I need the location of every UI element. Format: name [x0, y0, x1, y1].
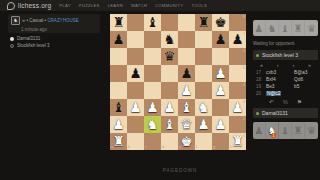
nav-item-puzzles[interactable]: PUZZLES	[79, 3, 100, 8]
square-h3[interactable]: ♟3	[229, 99, 246, 116]
replay-controls: «‹›»	[253, 62, 318, 68]
piece-white-pawn[interactable]: ♟	[214, 65, 226, 82]
piece-black-king[interactable]: ♚	[214, 14, 226, 31]
square-e8[interactable]	[178, 14, 195, 31]
square-g6[interactable]	[212, 48, 229, 65]
black-pocket-rook[interactable]: ♜	[292, 20, 305, 36]
nav-item-watch[interactable]: WATCH	[131, 3, 147, 8]
square-e2[interactable]: ♛	[178, 116, 195, 133]
black-pocket-tray[interactable]: ♟♞♝♜♛	[253, 20, 318, 36]
piece-white-pawn[interactable]: ♟	[214, 82, 226, 99]
piece-black-knight[interactable]: ♞	[163, 31, 175, 48]
black-pocket-knight[interactable]: ♞	[266, 20, 279, 36]
black-pocket-bishop[interactable]: ♝	[279, 20, 292, 36]
square-a4[interactable]	[110, 82, 127, 99]
square-h7[interactable]: ♟7	[229, 31, 246, 48]
black-move[interactable]: B@a3	[294, 70, 318, 75]
rank-coord-8: 8	[243, 15, 245, 19]
nav-items: PLAYPUZZLESLEARNWATCHCOMMUNITYTOOLS	[59, 3, 215, 8]
last-move-button-icon[interactable]: »	[308, 62, 311, 68]
square-c3[interactable]: ♟	[144, 99, 161, 116]
square-g4[interactable]: ♟	[212, 82, 229, 99]
piece-white-queen[interactable]: ♛	[180, 116, 192, 133]
square-f5[interactable]	[195, 65, 212, 82]
white-pocket-pawn[interactable]: ♟	[253, 122, 266, 139]
square-c8[interactable]: ♝	[144, 14, 161, 31]
move-number: 20	[256, 91, 266, 96]
white-move[interactable]: Bxf4	[266, 77, 294, 82]
white-move[interactable]: Be3	[266, 84, 294, 89]
black-player-line: Stockfish level 3	[10, 43, 50, 48]
square-g5[interactable]: ♟	[212, 65, 229, 82]
piece-black-bishop[interactable]: ♝	[146, 14, 158, 31]
white-pocket-bishop[interactable]: ♝	[279, 122, 292, 139]
piece-white-pawn[interactable]: ♟	[129, 99, 141, 116]
piece-white-rook[interactable]: ♜	[112, 133, 124, 150]
rank-coord-2: 2	[243, 117, 245, 121]
square-h6[interactable]: 6	[229, 48, 246, 65]
piece-white-pawn[interactable]: ♟	[214, 116, 226, 133]
square-g2[interactable]: ♟	[212, 116, 229, 133]
file-coord-b: b	[128, 145, 130, 149]
next-move-button-icon[interactable]: ›	[292, 62, 294, 68]
file-coord-g: g	[213, 145, 215, 149]
square-b3[interactable]: ♟	[127, 99, 144, 116]
square-a6[interactable]	[110, 48, 127, 65]
nav-item-tools[interactable]: TOOLS	[191, 3, 207, 8]
lichess-page: lichess.org PLAYPUZZLESLEARNWATCHCOMMUNI…	[0, 0, 320, 180]
square-h1[interactable]: ♜h1	[229, 133, 246, 150]
square-b6[interactable]	[127, 48, 144, 65]
square-f7[interactable]	[195, 31, 212, 48]
square-b5[interactable]: ♟	[127, 65, 144, 82]
move-row: 18Bxf4Qd6	[253, 76, 318, 83]
game-time-ago: 1 minute ago	[21, 27, 97, 32]
piece-white-pawn[interactable]: ♟	[163, 99, 175, 116]
piece-white-pawn[interactable]: ♟	[146, 99, 158, 116]
piece-black-bishop[interactable]: ♝	[112, 99, 124, 116]
crazyhouse-variant-icon: ♞	[11, 16, 20, 25]
game-setup-text: ∞ • Casual • CRAZYHOUSE	[22, 18, 79, 23]
square-e4[interactable]: ♟	[178, 82, 195, 99]
takeback-button-icon[interactable]: ↶	[269, 99, 274, 106]
piece-white-pawn[interactable]: ♟	[180, 82, 192, 99]
square-f2[interactable]: ♟	[195, 116, 212, 133]
square-e7[interactable]	[178, 31, 195, 48]
square-c5[interactable]	[144, 65, 161, 82]
white-color-disc-icon	[10, 37, 14, 41]
resign-button-icon[interactable]: ⚑	[297, 99, 302, 106]
piece-black-pawn[interactable]: ♟	[112, 31, 124, 48]
game-info-box: ♞ ∞ • Casual • CRAZYHOUSE 1 minute ago	[8, 14, 100, 33]
piece-white-knight[interactable]: ♞	[197, 99, 209, 116]
prev-move-button-icon[interactable]: ‹	[277, 62, 279, 68]
game-action-buttons: ↶½⚑	[253, 99, 318, 106]
move-number: 17	[256, 70, 266, 75]
white-pocket-queen[interactable]: ♛	[305, 122, 318, 139]
piece-white-king[interactable]: ♚	[180, 133, 192, 150]
square-b2[interactable]	[127, 116, 144, 133]
square-g3[interactable]	[212, 99, 229, 116]
square-h8[interactable]: 8	[229, 14, 246, 31]
piece-black-pawn[interactable]: ♟	[180, 65, 192, 82]
square-f1[interactable]: f	[195, 133, 212, 150]
opponent-bar: Stockfish level 3	[253, 50, 318, 60]
white-move[interactable]: N@c2	[266, 91, 281, 96]
file-coord-c: c	[145, 145, 147, 149]
square-c1[interactable]: c	[144, 133, 161, 150]
white-pocket-rook[interactable]: ♜	[292, 122, 305, 139]
square-d6[interactable]: ♛	[161, 48, 178, 65]
square-c7[interactable]	[144, 31, 161, 48]
square-f8[interactable]: ♜	[195, 14, 212, 31]
nav-item-learn[interactable]: LEARN	[108, 3, 123, 8]
piece-white-rook[interactable]: ♜	[231, 133, 243, 150]
square-e1[interactable]: ♚e	[178, 133, 195, 150]
rank-coord-6: 6	[243, 49, 245, 53]
move-row: 19Be3b5	[253, 83, 318, 90]
board[interactable]: ♜♝♜♚8♟♞♟♟7♛6♟♟♟5♟♟4♝♟♟♟♝♞♟3♟♞♝♛♟♟2♜abcd♚…	[110, 14, 246, 150]
square-d8[interactable]	[161, 14, 178, 31]
setup-prefix: ∞ • Casual •	[22, 18, 47, 23]
online-dot-icon	[256, 112, 259, 115]
square-d1[interactable]: d	[161, 133, 178, 150]
square-h5[interactable]: 5	[229, 65, 246, 82]
player-name[interactable]: Darnal3131	[262, 110, 288, 116]
square-a2[interactable]: ♟	[110, 116, 127, 133]
square-e5[interactable]: ♟	[178, 65, 195, 82]
nav-item-community[interactable]: COMMUNITY	[155, 3, 183, 8]
online-dot-icon	[256, 54, 259, 57]
black-move[interactable]: Qd6	[294, 77, 318, 82]
file-coord-a: a	[111, 145, 113, 149]
move-list[interactable]: 17cxb3B@a318Bxf4Qd619Be3b520N@c2	[253, 69, 318, 97]
square-h2[interactable]: 2	[229, 116, 246, 133]
square-b7[interactable]	[127, 31, 144, 48]
square-c6[interactable]	[144, 48, 161, 65]
square-c4[interactable]	[144, 82, 161, 99]
square-b8[interactable]	[127, 14, 144, 31]
square-d3[interactable]: ♟	[161, 99, 178, 116]
piece-black-pawn[interactable]: ♟	[214, 31, 226, 48]
rank-coord-1: 1	[243, 134, 245, 138]
piece-white-bishop[interactable]: ♝	[180, 99, 192, 116]
square-a5[interactable]	[110, 65, 127, 82]
move-number: 19	[256, 84, 266, 89]
move-number: 18	[256, 77, 266, 82]
white-pocket-knight[interactable]: ♞1	[266, 122, 279, 139]
black-move[interactable]: b5	[294, 84, 318, 89]
square-f4[interactable]	[195, 82, 212, 99]
opponent-name[interactable]: Stockfish level 3	[262, 52, 298, 58]
status-text: Waiting for opponent	[253, 41, 294, 46]
square-d4[interactable]	[161, 82, 178, 99]
lichess-logo-text: lichess.org	[18, 2, 51, 9]
square-a7[interactable]: ♟	[110, 31, 127, 48]
square-c2[interactable]: ♞	[144, 116, 161, 133]
piece-white-pawn[interactable]: ♟	[231, 99, 243, 116]
square-e6[interactable]	[178, 48, 195, 65]
rank-coord-3: 3	[243, 100, 245, 104]
square-a8[interactable]: ♜	[110, 14, 127, 31]
square-g1[interactable]: g	[212, 133, 229, 150]
black-color-disc-icon	[10, 44, 14, 48]
rank-coord-4: 4	[243, 83, 245, 87]
top-nav: lichess.org PLAYPUZZLESLEARNWATCHCOMMUNI…	[0, 0, 320, 11]
black-pocket-pawn[interactable]: ♟	[253, 20, 266, 36]
square-a3[interactable]: ♝	[110, 99, 127, 116]
piece-black-queen[interactable]: ♛	[163, 48, 175, 65]
piece-black-pawn[interactable]: ♟	[231, 31, 243, 48]
white-pocket-tray[interactable]: ♟♞1♝♜♛	[253, 122, 318, 139]
rank-coord-7: 7	[243, 32, 245, 36]
piece-white-knight[interactable]: ♞	[146, 116, 158, 133]
black-pocket-queen[interactable]: ♛	[305, 20, 318, 36]
lichess-logo-icon	[7, 2, 15, 10]
square-b4[interactable]	[127, 82, 144, 99]
white-player-name[interactable]: Darnal3131	[17, 36, 40, 41]
square-a1[interactable]: ♜a	[110, 133, 127, 150]
piece-white-pawn[interactable]: ♟	[112, 116, 124, 133]
move-row: 20N@c2	[253, 90, 318, 97]
lichess-logo[interactable]: lichess.org	[7, 2, 51, 10]
square-g8[interactable]: ♚	[212, 14, 229, 31]
first-move-button-icon[interactable]: «	[260, 62, 263, 68]
file-coord-f: f	[196, 145, 197, 149]
piece-black-rook[interactable]: ♜	[197, 14, 209, 31]
footer-watermark: PAGEDOWN	[110, 168, 250, 173]
square-d5[interactable]	[161, 65, 178, 82]
file-coord-e: e	[179, 145, 181, 149]
square-b1[interactable]: b	[127, 133, 144, 150]
pocket-count-badge: 1	[271, 133, 276, 138]
file-coord-h: h	[230, 145, 232, 149]
player-bar: Darnal3131	[253, 108, 318, 118]
nav-item-play[interactable]: PLAY	[59, 3, 71, 8]
offer-draw-button-icon[interactable]: ½	[283, 99, 288, 106]
square-h4[interactable]: 4	[229, 82, 246, 99]
black-player-name[interactable]: Stockfish level 3	[17, 43, 50, 48]
piece-black-pawn[interactable]: ♟	[129, 65, 141, 82]
square-e3[interactable]: ♝	[178, 99, 195, 116]
rank-coord-5: 5	[243, 66, 245, 70]
game-setup-row: ♞ ∞ • Casual • CRAZYHOUSE	[11, 16, 97, 25]
piece-black-rook[interactable]: ♜	[112, 14, 124, 31]
square-d2[interactable]: ♝	[161, 116, 178, 133]
move-row: 17cxb3B@a3	[253, 69, 318, 76]
piece-white-pawn[interactable]: ♟	[197, 116, 209, 133]
square-d7[interactable]: ♞	[161, 31, 178, 48]
white-move[interactable]: cxb3	[266, 70, 294, 75]
square-f6[interactable]	[195, 48, 212, 65]
white-player-line: Darnal3131	[10, 36, 40, 41]
square-g7[interactable]: ♟	[212, 31, 229, 48]
piece-white-bishop[interactable]: ♝	[163, 116, 175, 133]
variant-link[interactable]: CRAZYHOUSE	[47, 18, 78, 23]
square-f3[interactable]: ♞	[195, 99, 212, 116]
file-coord-d: d	[162, 145, 164, 149]
